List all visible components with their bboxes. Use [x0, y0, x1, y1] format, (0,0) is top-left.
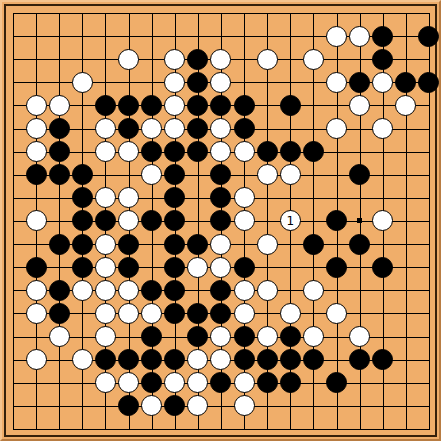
intersection: [25, 325, 48, 348]
intersection: [256, 209, 279, 232]
intersection: [117, 94, 140, 117]
intersection: [186, 371, 209, 394]
black-stone: [164, 141, 185, 162]
intersection: 1: [279, 209, 302, 232]
intersection: [256, 186, 279, 209]
intersection: [256, 348, 279, 371]
intersection: [233, 163, 256, 186]
white-stone: [257, 280, 278, 301]
intersection: [279, 48, 302, 71]
black-stone: [72, 164, 93, 185]
intersection: [371, 209, 394, 232]
black-stone: [164, 164, 185, 185]
intersection: [25, 186, 48, 209]
intersection: [140, 394, 163, 417]
intersection: [48, 117, 71, 140]
intersection: [302, 325, 325, 348]
intersection: [1, 394, 24, 417]
white-stone: [164, 118, 185, 139]
white-stone: [234, 303, 255, 324]
intersection: [1, 417, 24, 440]
intersection: [71, 371, 94, 394]
black-stone: [280, 349, 301, 370]
intersection: [94, 163, 117, 186]
intersection: [233, 348, 256, 371]
black-stone: [234, 95, 255, 116]
intersection: [140, 348, 163, 371]
intersection: [209, 371, 232, 394]
intersection: [279, 256, 302, 279]
intersection: [48, 394, 71, 417]
intersection: [256, 71, 279, 94]
intersection: [71, 1, 94, 24]
intersection: [1, 302, 24, 325]
intersection: [233, 233, 256, 256]
intersection: [71, 302, 94, 325]
intersection: [348, 140, 371, 163]
intersection: [1, 186, 24, 209]
white-stone: [210, 326, 231, 347]
intersection: [233, 256, 256, 279]
intersection: [371, 394, 394, 417]
intersection: [209, 94, 232, 117]
intersection: [1, 25, 24, 48]
black-stone: [418, 26, 439, 47]
black-stone: [210, 210, 231, 231]
intersection: [25, 417, 48, 440]
intersection: [163, 25, 186, 48]
white-stone: [164, 72, 185, 93]
intersection: [140, 209, 163, 232]
black-stone: [49, 118, 70, 139]
intersection: [417, 233, 440, 256]
intersection: [48, 94, 71, 117]
intersection: [48, 140, 71, 163]
intersection: [209, 1, 232, 24]
intersection: [394, 94, 417, 117]
intersection: [163, 233, 186, 256]
intersection: [140, 279, 163, 302]
intersection: [371, 1, 394, 24]
intersection: [348, 163, 371, 186]
intersection: [371, 163, 394, 186]
intersection: [25, 302, 48, 325]
intersection: [371, 25, 394, 48]
intersection: [325, 140, 348, 163]
black-stone: [95, 349, 116, 370]
intersection: [279, 233, 302, 256]
intersection: [417, 394, 440, 417]
intersection: [256, 302, 279, 325]
black-stone: [72, 257, 93, 278]
intersection: [325, 279, 348, 302]
intersection: [302, 256, 325, 279]
intersection: [394, 256, 417, 279]
intersection: [117, 371, 140, 394]
intersection: [71, 256, 94, 279]
intersection: [209, 279, 232, 302]
white-stone: [257, 234, 278, 255]
intersection: [394, 209, 417, 232]
intersection: [233, 140, 256, 163]
intersection: [348, 394, 371, 417]
intersection: [117, 256, 140, 279]
black-stone: [95, 95, 116, 116]
intersection: [325, 233, 348, 256]
black-stone: [164, 210, 185, 231]
intersection: [1, 325, 24, 348]
intersection: [417, 48, 440, 71]
intersection: [163, 186, 186, 209]
white-stone: [234, 187, 255, 208]
intersection: [394, 417, 417, 440]
intersection: [1, 1, 24, 24]
intersection: [1, 209, 24, 232]
intersection: [163, 371, 186, 394]
intersection: [163, 48, 186, 71]
intersection: [117, 233, 140, 256]
white-stone: [26, 349, 47, 370]
intersection: [348, 348, 371, 371]
intersection: [371, 417, 394, 440]
intersection: [163, 1, 186, 24]
white-stone: [187, 395, 208, 416]
intersection: [325, 417, 348, 440]
black-stone: [72, 210, 93, 231]
intersection: [417, 371, 440, 394]
intersection: [417, 71, 440, 94]
black-stone: [164, 280, 185, 301]
white-stone: [210, 49, 231, 70]
intersection: [256, 94, 279, 117]
intersection: [209, 140, 232, 163]
intersection: [302, 71, 325, 94]
intersection: [233, 71, 256, 94]
intersection: [302, 279, 325, 302]
intersection: [233, 48, 256, 71]
intersection: [394, 48, 417, 71]
intersection: [371, 279, 394, 302]
intersection: [256, 233, 279, 256]
intersection: [117, 209, 140, 232]
intersection: [279, 348, 302, 371]
black-stone: [141, 372, 162, 393]
white-stone: [164, 95, 185, 116]
intersection: [140, 48, 163, 71]
intersection: [417, 140, 440, 163]
intersection: [94, 186, 117, 209]
black-stone: [26, 257, 47, 278]
intersection: [48, 302, 71, 325]
white-stone: [303, 280, 324, 301]
intersection: [71, 163, 94, 186]
intersection: [163, 256, 186, 279]
intersection: [140, 94, 163, 117]
black-stone: [118, 349, 139, 370]
intersection: [94, 233, 117, 256]
intersection: [94, 394, 117, 417]
intersection: [94, 325, 117, 348]
black-stone: [26, 164, 47, 185]
white-stone: [187, 349, 208, 370]
intersection: [1, 233, 24, 256]
white-stone: [210, 349, 231, 370]
black-stone: [49, 234, 70, 255]
intersection: [94, 1, 117, 24]
intersection: [348, 417, 371, 440]
intersection: [1, 279, 24, 302]
intersection: [25, 1, 48, 24]
intersection: [394, 279, 417, 302]
intersection: [302, 209, 325, 232]
black-stone: [49, 280, 70, 301]
go-diagram: 1: [0, 0, 441, 441]
intersection: [348, 371, 371, 394]
black-stone: [349, 164, 370, 185]
black-stone: [187, 303, 208, 324]
intersection: [1, 94, 24, 117]
black-stone: [118, 95, 139, 116]
intersection: [256, 394, 279, 417]
intersection: [417, 417, 440, 440]
intersection: [256, 279, 279, 302]
black-stone: [187, 49, 208, 70]
intersection: [25, 279, 48, 302]
intersection: [209, 186, 232, 209]
white-stone-marked-1: 1: [280, 210, 301, 231]
intersection: [394, 186, 417, 209]
intersection: [417, 117, 440, 140]
white-stone: [118, 372, 139, 393]
intersection: [186, 209, 209, 232]
black-stone: [326, 372, 347, 393]
intersection: [71, 117, 94, 140]
black-stone: [141, 141, 162, 162]
intersection: [348, 1, 371, 24]
white-stone: [326, 118, 347, 139]
intersection: [140, 302, 163, 325]
intersection: [417, 302, 440, 325]
intersection: [394, 140, 417, 163]
intersection: [325, 163, 348, 186]
intersection: [186, 256, 209, 279]
intersection: [371, 233, 394, 256]
intersection: [186, 186, 209, 209]
intersection: [325, 325, 348, 348]
white-stone: [234, 280, 255, 301]
black-stone: [257, 372, 278, 393]
intersection: [25, 348, 48, 371]
intersection: [233, 417, 256, 440]
intersection: [371, 140, 394, 163]
intersection: [1, 71, 24, 94]
black-stone: [141, 95, 162, 116]
intersection: [163, 394, 186, 417]
intersection: [279, 417, 302, 440]
intersection: [117, 186, 140, 209]
black-stone: [164, 234, 185, 255]
black-stone: [141, 280, 162, 301]
intersection: [140, 1, 163, 24]
intersection: [279, 1, 302, 24]
white-stone: [72, 280, 93, 301]
intersection: [117, 394, 140, 417]
intersection: [279, 94, 302, 117]
intersection: [209, 163, 232, 186]
intersection: [209, 233, 232, 256]
intersection: [186, 302, 209, 325]
black-stone: [141, 326, 162, 347]
white-stone: [95, 372, 116, 393]
intersection: [279, 140, 302, 163]
intersection: [140, 163, 163, 186]
intersection: [71, 48, 94, 71]
white-stone: [26, 141, 47, 162]
intersection: [140, 25, 163, 48]
intersection: [394, 348, 417, 371]
white-stone: [95, 118, 116, 139]
intersection: [71, 94, 94, 117]
intersection: [163, 279, 186, 302]
intersection: [371, 325, 394, 348]
intersection: [94, 256, 117, 279]
intersection: [394, 302, 417, 325]
intersection: [302, 163, 325, 186]
black-stone: [280, 372, 301, 393]
intersection: [233, 186, 256, 209]
intersection: [394, 325, 417, 348]
intersection: [94, 71, 117, 94]
intersection: [233, 302, 256, 325]
intersection: [71, 325, 94, 348]
intersection: [371, 302, 394, 325]
intersection: [25, 140, 48, 163]
black-stone: [49, 141, 70, 162]
intersection: [163, 94, 186, 117]
intersection: [417, 163, 440, 186]
intersection: [279, 71, 302, 94]
intersection: [371, 256, 394, 279]
black-stone: [118, 118, 139, 139]
intersection: [256, 256, 279, 279]
intersection: [186, 140, 209, 163]
black-stone: [187, 95, 208, 116]
intersection: [48, 233, 71, 256]
white-stone: [164, 372, 185, 393]
intersection: [233, 117, 256, 140]
black-stone: [303, 349, 324, 370]
intersection: [417, 256, 440, 279]
intersection: [140, 117, 163, 140]
black-stone: [187, 141, 208, 162]
intersection: [394, 163, 417, 186]
intersection: [25, 233, 48, 256]
intersection: [348, 279, 371, 302]
intersection: [25, 25, 48, 48]
black-stone: [164, 303, 185, 324]
intersection: [1, 117, 24, 140]
white-stone: [95, 257, 116, 278]
intersection: [348, 302, 371, 325]
intersection: [233, 279, 256, 302]
intersection: [140, 325, 163, 348]
black-stone: [141, 210, 162, 231]
intersection: [140, 186, 163, 209]
white-stone: [210, 257, 231, 278]
intersection: [325, 371, 348, 394]
black-stone: [210, 303, 231, 324]
intersection: [140, 140, 163, 163]
intersection: [140, 233, 163, 256]
white-stone: [303, 326, 324, 347]
intersection: [71, 417, 94, 440]
white-stone: [187, 372, 208, 393]
intersection: [394, 371, 417, 394]
intersection: [279, 163, 302, 186]
intersection: [71, 25, 94, 48]
intersection: [71, 71, 94, 94]
white-stone: [372, 72, 393, 93]
intersection: [48, 325, 71, 348]
intersection: [48, 1, 71, 24]
white-stone: [118, 141, 139, 162]
white-stone: [187, 257, 208, 278]
white-stone: [95, 187, 116, 208]
intersection: [371, 371, 394, 394]
intersection: [1, 348, 24, 371]
black-stone: [372, 349, 393, 370]
intersection: [302, 233, 325, 256]
intersection: [302, 94, 325, 117]
intersection: [163, 117, 186, 140]
black-stone: [303, 234, 324, 255]
intersection: [71, 209, 94, 232]
intersection: [117, 417, 140, 440]
intersection: [256, 25, 279, 48]
intersection: [25, 94, 48, 117]
intersection: [394, 233, 417, 256]
intersection: [348, 209, 371, 232]
intersection: [279, 279, 302, 302]
intersection: [48, 71, 71, 94]
white-stone: [49, 95, 70, 116]
intersection: [233, 1, 256, 24]
intersection: [279, 325, 302, 348]
intersection: [25, 371, 48, 394]
black-stone: [372, 26, 393, 47]
intersection: [302, 25, 325, 48]
white-stone: [349, 26, 370, 47]
black-stone: [280, 95, 301, 116]
white-stone: [95, 326, 116, 347]
intersection: [186, 163, 209, 186]
intersection: [302, 186, 325, 209]
intersection: [348, 25, 371, 48]
intersection: [186, 25, 209, 48]
intersection: [256, 417, 279, 440]
intersection: [186, 48, 209, 71]
intersection: [94, 302, 117, 325]
intersection: [163, 417, 186, 440]
black-stone: [326, 210, 347, 231]
white-stone: [95, 280, 116, 301]
intersection: [279, 25, 302, 48]
white-stone: [49, 326, 70, 347]
white-stone: [326, 303, 347, 324]
intersection: [371, 71, 394, 94]
white-stone: [210, 234, 231, 255]
intersection: [186, 394, 209, 417]
